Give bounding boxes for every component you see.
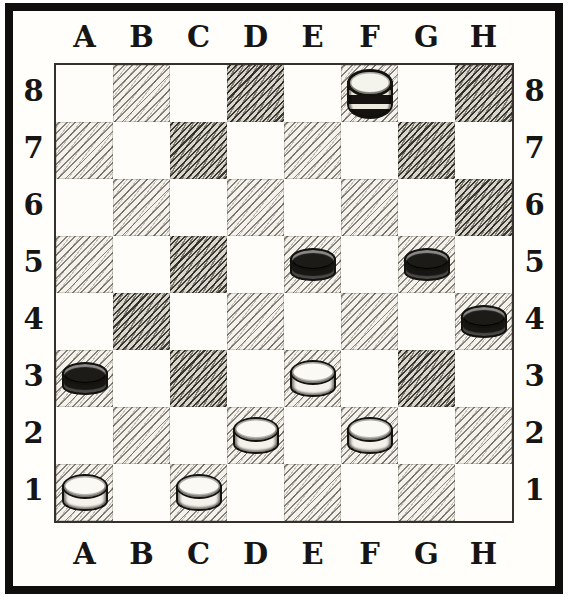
square-e1[interactable] — [284, 464, 341, 521]
square-a8[interactable] — [56, 65, 113, 122]
square-f3[interactable] — [341, 350, 398, 407]
square-a3[interactable] — [56, 350, 113, 407]
piece-top-face — [347, 417, 393, 442]
square-h1[interactable] — [455, 464, 512, 521]
piece-white-man-d2[interactable] — [233, 417, 279, 454]
file-label-top-d: D — [243, 23, 268, 52]
piece-top-face — [62, 362, 108, 385]
square-d7[interactable] — [227, 122, 284, 179]
square-e3[interactable] — [284, 350, 341, 407]
piece-white-man-c1[interactable] — [176, 474, 222, 511]
square-g5[interactable] — [398, 236, 455, 293]
file-label-bottom-h: H — [470, 540, 497, 569]
piece-black-man-e5[interactable] — [290, 248, 336, 281]
outer-frame: ABCDEFGH 87654321 87654321 ABCDEFGH — [5, 3, 563, 594]
file-labels-bottom: ABCDEFGH — [54, 523, 514, 586]
square-b1[interactable] — [113, 464, 170, 521]
file-label-top-g: G — [414, 23, 439, 52]
piece-top-face — [290, 248, 336, 271]
piece-white-king-f8[interactable] — [347, 69, 393, 119]
square-e2[interactable] — [284, 407, 341, 464]
checkers-board — [54, 63, 514, 523]
square-h4[interactable] — [455, 293, 512, 350]
square-c5[interactable] — [170, 236, 227, 293]
file-label-bottom-b: B — [129, 540, 154, 569]
square-d2[interactable] — [227, 407, 284, 464]
rank-label-right-7: 7 — [524, 134, 544, 163]
file-label-bottom-e: E — [301, 540, 323, 569]
square-a5[interactable] — [56, 236, 113, 293]
rank-label-right-2: 2 — [524, 419, 544, 448]
square-h8[interactable] — [455, 65, 512, 122]
square-f6[interactable] — [341, 179, 398, 236]
rank-labels-right: 87654321 — [514, 63, 555, 523]
square-g6[interactable] — [398, 179, 455, 236]
piece-top-face — [176, 474, 222, 499]
piece-top-face — [347, 69, 393, 97]
piece-white-man-e3[interactable] — [290, 360, 336, 397]
piece-white-man-a1[interactable] — [62, 474, 108, 511]
square-f1[interactable] — [341, 464, 398, 521]
rank-label-left-6: 6 — [23, 191, 43, 220]
square-d1[interactable] — [227, 464, 284, 521]
rank-label-left-1: 1 — [23, 476, 43, 505]
square-f4[interactable] — [341, 293, 398, 350]
square-f5[interactable] — [341, 236, 398, 293]
square-e6[interactable] — [284, 179, 341, 236]
piece-black-man-a3[interactable] — [62, 362, 108, 395]
file-label-top-h: H — [470, 23, 497, 52]
square-a1[interactable] — [56, 464, 113, 521]
rank-label-left-2: 2 — [23, 419, 43, 448]
file-label-bottom-g: G — [414, 540, 439, 569]
square-h3[interactable] — [455, 350, 512, 407]
square-g8[interactable] — [398, 65, 455, 122]
square-h7[interactable] — [455, 122, 512, 179]
piece-top-face — [290, 360, 336, 385]
rank-label-right-8: 8 — [524, 77, 544, 106]
square-b2[interactable] — [113, 407, 170, 464]
square-d5[interactable] — [227, 236, 284, 293]
square-a6[interactable] — [56, 179, 113, 236]
square-h2[interactable] — [455, 407, 512, 464]
piece-top-face — [461, 305, 507, 328]
square-b8[interactable] — [113, 65, 170, 122]
rank-label-left-4: 4 — [23, 305, 43, 334]
rank-label-right-6: 6 — [524, 191, 544, 220]
piece-black-man-h4[interactable] — [461, 305, 507, 338]
rank-label-right-3: 3 — [524, 362, 544, 391]
square-c4[interactable] — [170, 293, 227, 350]
square-e5[interactable] — [284, 236, 341, 293]
square-g3[interactable] — [398, 350, 455, 407]
file-labels-top: ABCDEFGH — [54, 11, 514, 63]
square-c6[interactable] — [170, 179, 227, 236]
square-f2[interactable] — [341, 407, 398, 464]
file-label-top-e: E — [301, 23, 323, 52]
board-layout: ABCDEFGH 87654321 87654321 ABCDEFGH — [13, 11, 555, 586]
file-label-bottom-f: F — [359, 540, 380, 569]
rank-label-left-5: 5 — [23, 248, 43, 277]
file-label-top-c: C — [187, 23, 210, 52]
rank-label-right-5: 5 — [524, 248, 544, 277]
piece-black-man-g5[interactable] — [404, 248, 450, 281]
square-a2[interactable] — [56, 407, 113, 464]
square-d6[interactable] — [227, 179, 284, 236]
square-b4[interactable] — [113, 293, 170, 350]
square-c3[interactable] — [170, 350, 227, 407]
rank-label-right-1: 1 — [524, 476, 544, 505]
piece-top-face — [62, 474, 108, 499]
square-a7[interactable] — [56, 122, 113, 179]
rank-label-left-7: 7 — [23, 134, 43, 163]
square-e8[interactable] — [284, 65, 341, 122]
file-label-top-b: B — [129, 23, 154, 52]
square-h6[interactable] — [455, 179, 512, 236]
square-a4[interactable] — [56, 293, 113, 350]
square-h5[interactable] — [455, 236, 512, 293]
square-g1[interactable] — [398, 464, 455, 521]
square-e7[interactable] — [284, 122, 341, 179]
square-g2[interactable] — [398, 407, 455, 464]
square-b3[interactable] — [113, 350, 170, 407]
square-g7[interactable] — [398, 122, 455, 179]
square-b7[interactable] — [113, 122, 170, 179]
square-f7[interactable] — [341, 122, 398, 179]
rank-labels-left: 87654321 — [13, 63, 54, 523]
board-wrap — [54, 63, 514, 523]
square-d4[interactable] — [227, 293, 284, 350]
square-d8[interactable] — [227, 65, 284, 122]
square-g4[interactable] — [398, 293, 455, 350]
square-e4[interactable] — [284, 293, 341, 350]
square-c2[interactable] — [170, 407, 227, 464]
file-label-bottom-c: C — [187, 540, 210, 569]
rank-label-right-4: 4 — [524, 305, 544, 334]
square-c7[interactable] — [170, 122, 227, 179]
file-label-bottom-d: D — [243, 540, 268, 569]
square-c1[interactable] — [170, 464, 227, 521]
rank-label-left-3: 3 — [23, 362, 43, 391]
engraved-checkers-diagram: ABCDEFGH 87654321 87654321 ABCDEFGH — [0, 0, 568, 599]
piece-top-face — [233, 417, 279, 442]
file-label-top-a: A — [73, 23, 96, 52]
square-d3[interactable] — [227, 350, 284, 407]
piece-top-face — [404, 248, 450, 271]
file-label-bottom-a: A — [73, 540, 96, 569]
rank-label-left-8: 8 — [23, 77, 43, 106]
square-b6[interactable] — [113, 179, 170, 236]
square-c8[interactable] — [170, 65, 227, 122]
file-label-top-f: F — [359, 23, 380, 52]
piece-white-man-f2[interactable] — [347, 417, 393, 454]
square-f8[interactable] — [341, 65, 398, 122]
square-b5[interactable] — [113, 236, 170, 293]
